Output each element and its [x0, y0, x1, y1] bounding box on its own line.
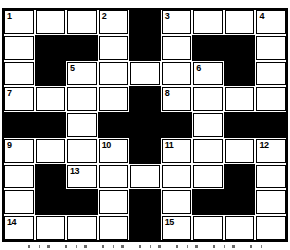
clue-number-15: 15 — [165, 217, 174, 227]
cell-r9c1[interactable]: 14 — [4, 216, 34, 240]
cell-r3c6[interactable] — [162, 62, 192, 86]
clue-number-7: 7 — [7, 88, 12, 98]
black-square-r6c5 — [129, 138, 161, 164]
cell-r3c3[interactable]: 5 — [67, 62, 97, 86]
cell-r9c7[interactable] — [193, 216, 223, 240]
cell-r1c8[interactable] — [225, 10, 255, 34]
black-square-r5c4 — [98, 112, 130, 138]
cell-r1c7[interactable] — [193, 10, 223, 34]
black-square-r3c2 — [35, 61, 67, 87]
cell-r7c1[interactable] — [4, 165, 34, 189]
cell-r2c1[interactable] — [4, 36, 34, 60]
cell-r9c4[interactable] — [99, 216, 129, 240]
cell-r8c1[interactable] — [4, 190, 34, 214]
cell-r6c4[interactable]: 10 — [99, 139, 129, 163]
cell-r7c3[interactable]: 13 — [67, 165, 97, 189]
cell-r4c6[interactable]: 8 — [162, 87, 192, 111]
black-square-r2c2 — [35, 35, 67, 61]
cell-r3c7[interactable]: 6 — [193, 62, 223, 86]
black-square-r4c5 — [129, 86, 161, 112]
black-square-r8c7 — [192, 189, 224, 215]
cell-r9c2[interactable] — [36, 216, 66, 240]
black-square-r5c1 — [3, 112, 35, 138]
clue-number-13: 13 — [70, 166, 79, 176]
cell-r4c9[interactable] — [256, 87, 286, 111]
black-square-r2c8 — [224, 35, 256, 61]
cell-r1c9[interactable]: 4 — [256, 10, 286, 34]
cell-r3c4[interactable] — [99, 62, 129, 86]
black-square-r5c8 — [224, 112, 256, 138]
cell-r7c6[interactable] — [162, 165, 192, 189]
black-square-r5c2 — [35, 112, 67, 138]
cell-r9c8[interactable] — [225, 216, 255, 240]
cell-r4c4[interactable] — [99, 87, 129, 111]
cell-r4c7[interactable] — [193, 87, 223, 111]
cell-r4c3[interactable] — [67, 87, 97, 111]
cell-r4c1[interactable]: 7 — [4, 87, 34, 111]
cell-r7c5[interactable] — [130, 165, 160, 189]
cell-r6c9[interactable]: 12 — [256, 139, 286, 163]
clue-number-8: 8 — [165, 88, 170, 98]
cell-r7c7[interactable] — [193, 165, 223, 189]
cell-r8c9[interactable] — [256, 190, 286, 214]
clue-number-3: 3 — [165, 11, 170, 21]
crossword-board: 123456789101112131415 — [2, 8, 288, 242]
black-square-r5c9 — [255, 112, 287, 138]
cell-r4c2[interactable] — [36, 87, 66, 111]
black-square-r1c5 — [129, 9, 161, 35]
clue-number-9: 9 — [7, 140, 12, 150]
cell-r6c1[interactable]: 9 — [4, 139, 34, 163]
cell-r2c9[interactable] — [256, 36, 286, 60]
cell-r2c6[interactable] — [162, 36, 192, 60]
cell-r9c3[interactable] — [67, 216, 97, 240]
cell-r1c2[interactable] — [36, 10, 66, 34]
clipped-caption-fragments — [28, 245, 266, 249]
cell-r1c6[interactable]: 3 — [162, 10, 192, 34]
clue-number-5: 5 — [70, 63, 75, 73]
cell-r3c1[interactable] — [4, 62, 34, 86]
cell-r3c9[interactable] — [256, 62, 286, 86]
cell-r1c4[interactable]: 2 — [99, 10, 129, 34]
cell-r7c9[interactable] — [256, 165, 286, 189]
black-square-r5c5 — [129, 112, 161, 138]
clue-number-2: 2 — [102, 11, 107, 21]
black-square-r8c3 — [66, 189, 98, 215]
clue-number-10: 10 — [102, 140, 111, 150]
black-square-r8c2 — [35, 189, 67, 215]
cell-r6c2[interactable] — [36, 139, 66, 163]
cell-r1c1[interactable]: 1 — [4, 10, 34, 34]
black-square-r2c3 — [66, 35, 98, 61]
black-square-r3c8 — [224, 61, 256, 87]
clue-number-11: 11 — [165, 140, 174, 150]
cell-r4c8[interactable] — [225, 87, 255, 111]
clue-number-6: 6 — [196, 63, 201, 73]
cell-r6c6[interactable]: 11 — [162, 139, 192, 163]
cell-r8c6[interactable] — [162, 190, 192, 214]
cell-r6c8[interactable] — [225, 139, 255, 163]
clue-number-12: 12 — [259, 140, 268, 150]
crossword-page: 123456789101112131415 — [0, 0, 290, 250]
cell-r3c5[interactable] — [130, 62, 160, 86]
cell-r7c4[interactable] — [99, 165, 129, 189]
cell-r6c3[interactable] — [67, 139, 97, 163]
cell-r6c7[interactable] — [193, 139, 223, 163]
cell-r5c7[interactable] — [193, 113, 223, 137]
cell-r8c4[interactable] — [99, 190, 129, 214]
cell-r2c4[interactable] — [99, 36, 129, 60]
cell-r9c6[interactable]: 15 — [162, 216, 192, 240]
black-square-r9c5 — [129, 215, 161, 241]
cell-r1c3[interactable] — [67, 10, 97, 34]
clue-number-4: 4 — [259, 11, 264, 21]
clue-number-1: 1 — [7, 11, 12, 21]
cell-r9c9[interactable] — [256, 216, 286, 240]
black-square-r7c2 — [35, 164, 67, 190]
black-square-r8c5 — [129, 189, 161, 215]
black-square-r8c8 — [224, 189, 256, 215]
black-square-r5c6 — [161, 112, 193, 138]
black-square-r7c8 — [224, 164, 256, 190]
cell-r5c3[interactable] — [67, 113, 97, 137]
black-square-r2c5 — [129, 35, 161, 61]
black-square-r2c7 — [192, 35, 224, 61]
clue-number-14: 14 — [7, 217, 16, 227]
